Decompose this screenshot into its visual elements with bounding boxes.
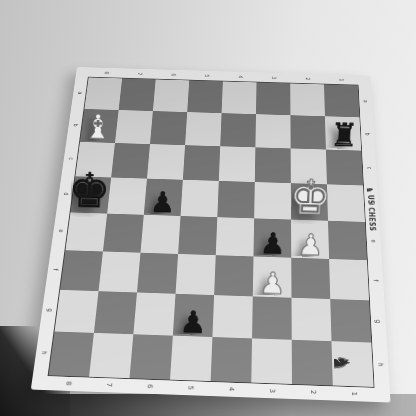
bishop-glyph: ♝ [83,111,113,144]
square-g4[interactable] [212,295,252,338]
us-chess-brand: ♞ US CHESS [363,192,379,225]
square-b7[interactable] [115,110,153,144]
brand-knight-icon: ♞ [365,186,375,193]
square-g8[interactable] [55,290,99,333]
square-h5[interactable] [170,336,212,381]
square-b6[interactable] [150,111,187,145]
square-h6[interactable] [129,334,172,379]
square-h2[interactable] [292,340,333,386]
square-c4[interactable] [219,146,256,182]
square-a6[interactable] [153,79,189,112]
square-b2[interactable] [290,115,325,149]
square-f7[interactable] [99,251,141,292]
square-e5[interactable] [178,216,217,255]
square-h4[interactable] [211,337,252,383]
square-g2[interactable] [291,298,331,341]
square-d7[interactable] [107,177,147,214]
square-g7[interactable] [94,291,137,334]
square-b3[interactable] [255,114,290,148]
square-a4[interactable] [222,81,257,114]
square-h8[interactable] [49,332,94,377]
pawn-glyph: ♟ [179,307,207,337]
pawn-glyph: ♟ [297,231,324,259]
square-b5[interactable] [185,112,221,146]
square-e8[interactable] [65,212,107,251]
square-e7[interactable] [103,214,144,253]
square-g6[interactable] [133,292,175,335]
square-a3[interactable] [256,82,290,115]
square-f8[interactable] [60,250,103,291]
square-a5[interactable] [187,80,223,113]
black-king-d8[interactable]: ♚ [71,168,109,214]
square-h7[interactable] [89,333,133,378]
square-f1[interactable] [329,259,369,300]
king-glyph: ♚ [68,167,111,213]
pawn-glyph: ♟ [150,188,176,216]
square-e4[interactable] [216,217,254,256]
square-h3[interactable] [251,338,292,384]
square-b4[interactable] [220,113,256,147]
white-pawn-f3[interactable]: ♟ [253,250,294,298]
black-pawn-g5[interactable]: ♟ [173,288,214,337]
square-d5[interactable] [181,180,219,217]
brand-name: US CHESS [367,195,377,232]
square-d1[interactable] [327,184,365,222]
square-g1[interactable] [330,299,371,343]
white-pawn-e2[interactable]: ♟ [291,212,331,259]
square-e1[interactable] [328,221,367,260]
white-bishop-b8[interactable]: ♝ [80,99,116,143]
square-c5[interactable] [183,145,220,181]
black-rook-b1[interactable]: ♜ [326,107,363,151]
photo-scene: 87654321 87654321 abcdefgh abcdefgh ♝♜♚♟… [0,0,416,416]
square-a7[interactable] [119,78,156,111]
square-f4[interactable] [214,255,253,296]
square-d4[interactable] [217,181,254,218]
rook-glyph: ♜ [330,120,359,151]
square-f6[interactable] [137,253,178,294]
square-a2[interactable] [290,83,325,116]
square-c3[interactable] [255,147,291,183]
square-e6[interactable] [140,215,180,254]
square-f2[interactable] [291,258,330,299]
chess-board: 87654321 87654321 abcdefgh abcdefgh ♝♜♚♟… [31,67,391,402]
square-g3[interactable] [252,296,292,339]
pawn-glyph: ♟ [259,269,286,298]
black-pawn-d6[interactable]: ♟ [144,170,182,216]
